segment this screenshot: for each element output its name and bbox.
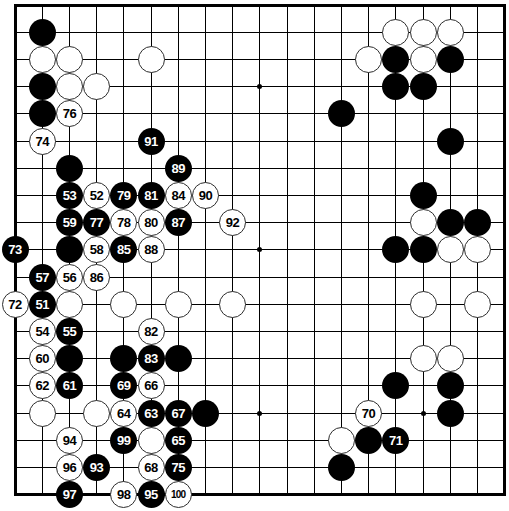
- move-number: 98: [117, 488, 130, 501]
- stone-white: [29, 46, 56, 73]
- stone-black-67: 67: [165, 400, 192, 427]
- stone-black-65: 65: [165, 427, 192, 454]
- move-number: 52: [90, 189, 103, 202]
- move-number: 89: [171, 162, 184, 175]
- stone-black: [328, 100, 355, 127]
- stone-black: [355, 427, 382, 454]
- move-number: 90: [199, 189, 212, 202]
- stone-black-95: 95: [138, 481, 165, 508]
- move-number: 51: [35, 298, 48, 311]
- stone-white-70: 70: [355, 400, 382, 427]
- stone-white: [110, 291, 137, 318]
- stone-white: [165, 291, 192, 318]
- stone-black: [410, 73, 437, 100]
- stone-white: [464, 236, 491, 263]
- move-number: 70: [362, 407, 375, 420]
- grid-line-horizontal: [15, 331, 505, 332]
- move-number: 99: [117, 434, 130, 447]
- stone-white: [437, 345, 464, 372]
- move-number: 69: [117, 379, 130, 392]
- move-number: 85: [117, 243, 130, 256]
- stone-white: [138, 46, 165, 73]
- stone-white: [328, 427, 355, 454]
- move-number: 55: [63, 325, 76, 338]
- move-number: 81: [144, 189, 157, 202]
- move-number: 88: [144, 243, 157, 256]
- stone-black: [56, 345, 83, 372]
- stone-white: [83, 73, 110, 100]
- stone-black-79: 79: [110, 182, 137, 209]
- move-number: 97: [63, 488, 76, 501]
- move-number: 73: [8, 243, 21, 256]
- stone-white: [56, 291, 83, 318]
- move-number: 91: [144, 135, 157, 148]
- move-number: 75: [171, 461, 184, 474]
- move-number: 79: [117, 189, 130, 202]
- stone-black: [328, 454, 355, 481]
- stone-white-84: 84: [165, 182, 192, 209]
- stone-white: [355, 46, 382, 73]
- move-number: 60: [35, 352, 48, 365]
- stone-white-52: 52: [83, 182, 110, 209]
- move-number: 86: [90, 271, 103, 284]
- stone-white-98: 98: [110, 481, 137, 508]
- move-number: 87: [171, 216, 184, 229]
- grid-line-horizontal: [15, 385, 505, 386]
- stone-white-96: 96: [56, 454, 83, 481]
- move-number: 61: [63, 379, 76, 392]
- move-number: 68: [144, 461, 157, 474]
- move-number: 72: [8, 298, 21, 311]
- stone-white-62: 62: [29, 372, 56, 399]
- move-number: 59: [63, 216, 76, 229]
- stone-black-91: 91: [138, 128, 165, 155]
- grid-line-vertical: [287, 5, 288, 495]
- stone-white: [138, 427, 165, 454]
- stone-white-94: 94: [56, 427, 83, 454]
- stone-black: [464, 209, 491, 236]
- move-number: 95: [144, 488, 157, 501]
- go-board[interactable]: 7674918953527981849059777880879273588588…: [0, 0, 509, 511]
- stone-white: [410, 209, 437, 236]
- stone-black: [437, 128, 464, 155]
- move-number: 58: [90, 243, 103, 256]
- stone-white-90: 90: [192, 182, 219, 209]
- stone-black-75: 75: [165, 454, 192, 481]
- move-number: 54: [35, 325, 48, 338]
- stone-white: [56, 73, 83, 100]
- stone-white: [56, 46, 83, 73]
- go-diagram-page: 7674918953527981849059777880879273588588…: [0, 0, 509, 511]
- grid-line-horizontal: [15, 440, 505, 441]
- move-number: 83: [144, 352, 157, 365]
- grid-line-vertical: [341, 5, 342, 495]
- move-number: 94: [63, 434, 76, 447]
- stone-black: [29, 100, 56, 127]
- move-number: 71: [389, 434, 402, 447]
- star-point: [421, 411, 426, 416]
- stone-black-53: 53: [56, 182, 83, 209]
- stone-black-99: 99: [110, 427, 137, 454]
- stone-black: [29, 73, 56, 100]
- stone-black-71: 71: [382, 427, 409, 454]
- stone-black-57: 57: [29, 264, 56, 291]
- stone-white: [437, 19, 464, 46]
- stone-black: [410, 182, 437, 209]
- stone-white: [437, 236, 464, 263]
- stone-black-63: 63: [138, 400, 165, 427]
- move-number: 62: [35, 379, 48, 392]
- star-point: [257, 411, 262, 416]
- move-number: 96: [63, 461, 76, 474]
- move-number: 78: [117, 216, 130, 229]
- stone-black: [437, 209, 464, 236]
- stone-white: [83, 400, 110, 427]
- move-number: 82: [144, 325, 157, 338]
- move-number: 66: [144, 379, 157, 392]
- stone-black: [192, 400, 219, 427]
- stone-black-61: 61: [56, 372, 83, 399]
- stone-white: [410, 345, 437, 372]
- stone-white-88: 88: [138, 236, 165, 263]
- stone-white: [410, 19, 437, 46]
- stone-white-100: 100: [165, 481, 192, 508]
- move-number: 53: [63, 189, 76, 202]
- stone-black-55: 55: [56, 318, 83, 345]
- stone-white-86: 86: [83, 264, 110, 291]
- stone-white: [464, 291, 491, 318]
- stone-black: [29, 19, 56, 46]
- stone-black: [56, 155, 83, 182]
- grid-line-vertical: [314, 5, 315, 495]
- stone-white-82: 82: [138, 318, 165, 345]
- stone-white: [29, 400, 56, 427]
- stone-white-76: 76: [56, 100, 83, 127]
- stone-white: [219, 291, 246, 318]
- move-number: 74: [35, 135, 48, 148]
- stone-white-60: 60: [29, 345, 56, 372]
- stone-black: [437, 372, 464, 399]
- stone-black-83: 83: [138, 345, 165, 372]
- stone-white-68: 68: [138, 454, 165, 481]
- stone-white-80: 80: [138, 209, 165, 236]
- move-number: 100: [171, 490, 185, 500]
- move-number: 84: [171, 189, 184, 202]
- stone-white-66: 66: [138, 372, 165, 399]
- move-number: 57: [35, 271, 48, 284]
- stone-black-59: 59: [56, 209, 83, 236]
- stone-white-72: 72: [2, 291, 29, 318]
- move-number: 64: [117, 407, 130, 420]
- move-number: 65: [171, 434, 184, 447]
- stone-black-51: 51: [29, 291, 56, 318]
- stone-black-89: 89: [165, 155, 192, 182]
- stone-white-92: 92: [219, 209, 246, 236]
- stone-black: [437, 400, 464, 427]
- stone-white-64: 64: [110, 400, 137, 427]
- move-number: 63: [144, 407, 157, 420]
- move-number: 56: [63, 271, 76, 284]
- stone-white: [410, 291, 437, 318]
- stone-black-93: 93: [83, 454, 110, 481]
- move-number: 77: [90, 216, 103, 229]
- stone-black: [382, 46, 409, 73]
- move-number: 92: [226, 216, 239, 229]
- stone-black: [410, 236, 437, 263]
- stone-black-97: 97: [56, 481, 83, 508]
- stone-white-54: 54: [29, 318, 56, 345]
- stone-black: [437, 46, 464, 73]
- stone-black-87: 87: [165, 209, 192, 236]
- stone-black: [165, 345, 192, 372]
- stone-black-73: 73: [2, 236, 29, 263]
- stone-black-81: 81: [138, 182, 165, 209]
- move-number: 80: [144, 216, 157, 229]
- move-number: 67: [171, 407, 184, 420]
- stone-black-77: 77: [83, 209, 110, 236]
- stone-white-74: 74: [29, 128, 56, 155]
- move-number: 76: [63, 107, 76, 120]
- stone-white-56: 56: [56, 264, 83, 291]
- move-number: 93: [90, 461, 103, 474]
- stone-black: [56, 236, 83, 263]
- stone-white: [382, 19, 409, 46]
- stone-white: [410, 46, 437, 73]
